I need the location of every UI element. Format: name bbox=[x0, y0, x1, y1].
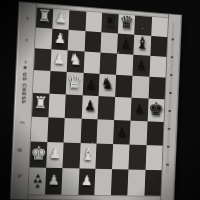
square-d6[interactable] bbox=[115, 75, 132, 98]
piece-white-rook-a1[interactable]: ♜ bbox=[37, 8, 52, 25]
square-g6[interactable] bbox=[112, 144, 129, 169]
photo-backdrop: ● US CHESS f g h ♜♟♜♛♟♟♝♟♞♟♛♟♞♜♟♟♚♟♚♟♝♣♣… bbox=[0, 0, 200, 200]
piece-black-pawn-d4[interactable]: ♟ bbox=[85, 75, 97, 89]
square-g4[interactable]: ♝ bbox=[79, 143, 96, 169]
square-c7[interactable]: ♟ bbox=[132, 55, 149, 77]
square-e8[interactable]: ♚ bbox=[147, 99, 164, 122]
square-b4[interactable] bbox=[84, 31, 101, 52]
square-f7[interactable] bbox=[130, 121, 148, 145]
square-a2[interactable]: ♟ bbox=[52, 9, 69, 30]
square-a5[interactable]: ♜ bbox=[101, 13, 118, 34]
square-b6[interactable]: ♟ bbox=[117, 33, 134, 54]
square-e4[interactable]: ♟ bbox=[81, 95, 98, 119]
square-d8[interactable] bbox=[148, 77, 165, 100]
square-c1[interactable] bbox=[34, 48, 51, 71]
piece-white-pawn-b2[interactable]: ♟ bbox=[54, 30, 67, 45]
frame-tick bbox=[26, 39, 28, 42]
piece-black-queen-a6[interactable]: ♛ bbox=[119, 13, 134, 31]
frame-brand-text: US CHESS bbox=[21, 72, 28, 104]
square-d2[interactable] bbox=[49, 71, 66, 94]
square-b7[interactable]: ♝ bbox=[133, 35, 150, 56]
square-f1[interactable] bbox=[31, 117, 49, 142]
piece-black-knight-d5[interactable]: ♞ bbox=[100, 75, 114, 91]
square-a8[interactable] bbox=[151, 17, 168, 37]
piece-white-knight-c3[interactable]: ♞ bbox=[68, 51, 82, 67]
board-grid: ♜♟♜♛♟♟♝♟♞♟♛♟♞♜♟♟♚♟♚♟♝♣♣♣♣♟♟ bbox=[29, 8, 168, 196]
square-d1[interactable] bbox=[33, 70, 50, 94]
square-h7[interactable] bbox=[127, 170, 145, 196]
piece-white-pawn-h2[interactable]: ♟ bbox=[48, 172, 61, 186]
square-f2[interactable] bbox=[47, 117, 64, 142]
square-f6[interactable]: ♟ bbox=[113, 120, 130, 145]
piece-white-king-g1[interactable]: ♚ bbox=[30, 143, 47, 162]
square-b2[interactable]: ♟ bbox=[51, 29, 68, 51]
square-e5[interactable] bbox=[98, 96, 116, 120]
piece-white-pawn-c2[interactable]: ♟ bbox=[53, 51, 66, 65]
square-f5[interactable] bbox=[97, 119, 115, 144]
square-h2[interactable]: ♟ bbox=[45, 168, 62, 195]
square-a1[interactable]: ♜ bbox=[36, 8, 53, 29]
us-chess-logo-icon: ● bbox=[23, 65, 27, 69]
square-d4[interactable]: ♟ bbox=[82, 73, 99, 96]
square-c2[interactable]: ♟ bbox=[50, 49, 67, 72]
piece-black-pawn-c7[interactable]: ♟ bbox=[135, 57, 147, 71]
piece-white-pawn-a2[interactable]: ♟ bbox=[55, 10, 68, 25]
square-c3[interactable]: ♞ bbox=[67, 50, 84, 72]
chess-board: ● US CHESS f g h ♜♟♜♛♟♟♝♟♞♟♛♟♞♜♟♟♚♟♚♟♝♣♣… bbox=[11, 2, 182, 200]
square-g7[interactable] bbox=[128, 145, 146, 170]
piece-black-king-e8[interactable]: ♚ bbox=[148, 99, 164, 118]
dust-speckles bbox=[0, 0, 1, 1]
square-f4[interactable] bbox=[80, 119, 97, 144]
piece-white-rook-e1[interactable]: ♜ bbox=[34, 95, 49, 111]
file-label-g: g bbox=[18, 148, 25, 152]
piece-white-queen-d3[interactable]: ♛ bbox=[67, 72, 83, 90]
square-b8[interactable] bbox=[150, 36, 167, 57]
square-e7[interactable]: ♟ bbox=[131, 98, 149, 122]
frame-tick bbox=[25, 61, 27, 64]
square-f8[interactable] bbox=[146, 121, 163, 145]
square-d3[interactable]: ♛ bbox=[66, 72, 84, 95]
square-c4[interactable] bbox=[83, 51, 100, 73]
corner-emblem: ♣♣♣♣ bbox=[29, 167, 47, 194]
square-h8[interactable] bbox=[144, 170, 162, 196]
square-g1[interactable]: ♚ bbox=[30, 142, 48, 168]
square-c6[interactable] bbox=[116, 54, 133, 76]
square-e3[interactable] bbox=[65, 94, 83, 118]
frame-tick bbox=[26, 17, 28, 20]
square-e1[interactable]: ♜ bbox=[32, 93, 50, 117]
board-center: ♜♟♜♛♟♟♝♟♞♟♛♟♞♜♟♟♚♟♚♟♝♣♣♣♣♟♟ bbox=[28, 4, 168, 200]
square-c5[interactable] bbox=[100, 53, 117, 75]
piece-white-bishop-g4[interactable]: ♝ bbox=[80, 146, 95, 163]
square-c8[interactable] bbox=[149, 56, 166, 78]
square-f3[interactable] bbox=[64, 118, 82, 143]
piece-black-bishop-b7[interactable]: ♝ bbox=[135, 35, 149, 52]
square-a4[interactable] bbox=[85, 12, 102, 33]
square-b3[interactable] bbox=[68, 30, 85, 52]
piece-black-rook-a5[interactable]: ♜ bbox=[103, 13, 117, 29]
file-label-h: h bbox=[16, 174, 23, 178]
square-e2[interactable] bbox=[48, 94, 65, 118]
square-h4[interactable]: ♟ bbox=[78, 168, 96, 195]
piece-black-pawn-e4[interactable]: ♟ bbox=[84, 98, 96, 112]
square-h5[interactable] bbox=[94, 169, 112, 195]
square-h1[interactable]: ♣♣♣♣ bbox=[29, 167, 47, 194]
square-g8[interactable] bbox=[145, 145, 162, 170]
piece-black-pawn-e7[interactable]: ♟ bbox=[134, 101, 146, 115]
piece-white-pawn-g2[interactable]: ♟ bbox=[49, 146, 62, 160]
square-a6[interactable]: ♛ bbox=[118, 14, 135, 34]
square-b1[interactable] bbox=[35, 27, 52, 49]
square-h6[interactable] bbox=[111, 169, 129, 195]
piece-black-pawn-b6[interactable]: ♟ bbox=[120, 35, 132, 49]
square-d5[interactable]: ♞ bbox=[99, 74, 117, 97]
square-e6[interactable] bbox=[114, 97, 131, 121]
square-g5[interactable] bbox=[95, 144, 113, 170]
square-a3[interactable] bbox=[69, 10, 86, 31]
square-g2[interactable]: ♟ bbox=[46, 142, 63, 168]
square-b5[interactable] bbox=[100, 32, 117, 53]
file-label-f: f bbox=[19, 121, 26, 123]
square-d7[interactable] bbox=[132, 76, 150, 99]
piece-black-pawn-f6[interactable]: ♟ bbox=[116, 123, 128, 137]
square-g3[interactable] bbox=[62, 143, 80, 169]
square-h3[interactable] bbox=[61, 168, 79, 195]
ruler-ticks bbox=[166, 22, 175, 173]
piece-white-pawn-h4[interactable]: ♟ bbox=[81, 173, 93, 187]
